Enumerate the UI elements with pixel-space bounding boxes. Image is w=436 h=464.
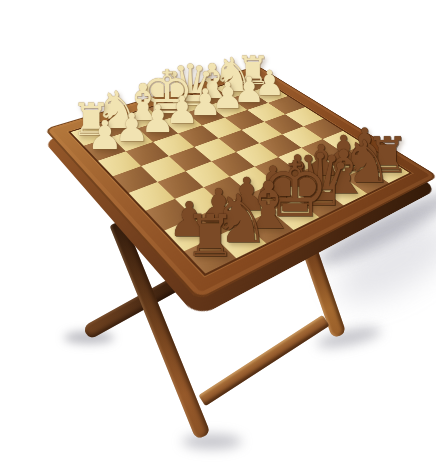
pieces-layer: ♜♞♟♝♟♛♟♚♟♝♟♞♟♜♟♟♟♟♜♟♞♟♝♟♛♟♚♟♝♟♞♜ [0,0,436,464]
chess-table-scene: ♜♞♟♝♟♛♟♚♟♝♟♞♟♜♟♟♟♟♜♟♞♟♝♟♛♟♚♟♝♟♞♜ [0,0,436,464]
piece-black-rook[interactable]: ♜ [184,208,236,266]
piece-white-pawn[interactable]: ♟ [87,116,123,156]
